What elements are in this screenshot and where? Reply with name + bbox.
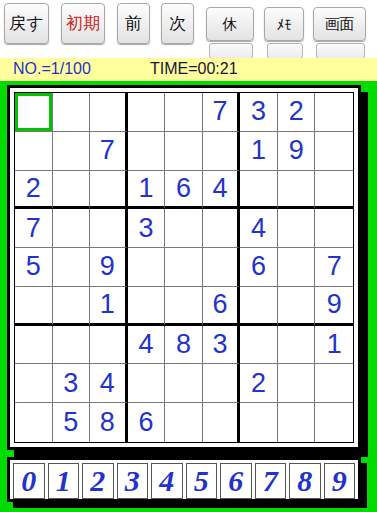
sudoku-cell-r7c8[interactable]: [278, 326, 316, 365]
pad-digit-4[interactable]: 4: [151, 463, 183, 499]
app-screen: 戻す 初期 前 次 休 ﾒﾓ 画面 NO.=1/100 TIME=00:21 7…: [0, 0, 377, 512]
sudoku-cell-r1c9[interactable]: [315, 93, 353, 132]
sudoku-cell-r9c4[interactable]: 6: [128, 403, 166, 442]
sudoku-cell-r7c6[interactable]: 3: [203, 326, 241, 365]
undo-button[interactable]: 戻す: [4, 3, 49, 44]
sudoku-cell-r2c5[interactable]: [165, 132, 203, 171]
sudoku-cell-r7c7[interactable]: [240, 326, 278, 365]
sudoku-cell-r5c1[interactable]: 5: [15, 248, 53, 287]
pause-button[interactable]: 休: [206, 7, 254, 41]
sudoku-cell-r6c7[interactable]: [240, 287, 278, 326]
sudoku-cell-r4c2[interactable]: [53, 209, 91, 248]
sudoku-cell-r9c5[interactable]: [165, 403, 203, 442]
sudoku-cell-r2c8[interactable]: 9: [278, 132, 316, 171]
sudoku-cell-r7c2[interactable]: [53, 326, 91, 365]
sudoku-cell-r4c3[interactable]: [90, 209, 128, 248]
sudoku-cell-r1c7[interactable]: 3: [240, 93, 278, 132]
sudoku-cell-r9c9[interactable]: [315, 403, 353, 442]
sudoku-cell-r5c5[interactable]: [165, 248, 203, 287]
sudoku-cell-r6c3[interactable]: 1: [90, 287, 128, 326]
sudoku-cell-r8c1[interactable]: [15, 364, 53, 403]
sudoku-cell-r2c2[interactable]: [53, 132, 91, 171]
sudoku-cell-r9c6[interactable]: [203, 403, 241, 442]
sudoku-cell-r3c7[interactable]: [240, 171, 278, 210]
sudoku-cell-r8c9[interactable]: [315, 364, 353, 403]
sudoku-cell-r1c2[interactable]: [53, 93, 91, 132]
sudoku-cell-r3c8[interactable]: [278, 171, 316, 210]
sudoku-cell-r1c5[interactable]: [165, 93, 203, 132]
sudoku-cell-r4c6[interactable]: [203, 209, 241, 248]
sudoku-cell-r3c1[interactable]: 2: [15, 171, 53, 210]
sudoku-cell-r5c7[interactable]: 6: [240, 248, 278, 287]
sudoku-cell-r9c3[interactable]: 8: [90, 403, 128, 442]
sudoku-cell-r2c4[interactable]: [128, 132, 166, 171]
memo-sub-button[interactable]: [267, 43, 303, 59]
sudoku-cell-r8c6[interactable]: [203, 364, 241, 403]
sudoku-cell-r6c1[interactable]: [15, 287, 53, 326]
sudoku-cell-r4c9[interactable]: [315, 209, 353, 248]
sudoku-cell-r3c9[interactable]: [315, 171, 353, 210]
pad-digit-0[interactable]: 0: [13, 463, 45, 499]
puzzle-number-label: NO.=1/100: [13, 60, 91, 78]
sudoku-cell-r8c8[interactable]: [278, 364, 316, 403]
sudoku-cell-r3c4[interactable]: 1: [128, 171, 166, 210]
sudoku-cell-r3c5[interactable]: 6: [165, 171, 203, 210]
toolbar: 戻す 初期 前 次 休 ﾒﾓ 画面: [0, 0, 377, 58]
sudoku-cell-r2c3[interactable]: 7: [90, 132, 128, 171]
sudoku-cell-r7c4[interactable]: 4: [128, 326, 166, 365]
status-bar: NO.=1/100 TIME=00:21: [0, 58, 377, 81]
sudoku-cell-r6c6[interactable]: 6: [203, 287, 241, 326]
sudoku-cell-r8c3[interactable]: 4: [90, 364, 128, 403]
sudoku-cell-r1c4[interactable]: [128, 93, 166, 132]
sudoku-cell-r5c3[interactable]: 9: [90, 248, 128, 287]
pad-digit-5[interactable]: 5: [186, 463, 218, 499]
sudoku-cell-r5c8[interactable]: [278, 248, 316, 287]
pad-digit-3[interactable]: 3: [117, 463, 149, 499]
sudoku-cell-r2c7[interactable]: 1: [240, 132, 278, 171]
sudoku-cell-r7c5[interactable]: 8: [165, 326, 203, 365]
sudoku-cell-r2c1[interactable]: [15, 132, 53, 171]
sudoku-cell-r1c8[interactable]: 2: [278, 93, 316, 132]
sudoku-cell-r3c6[interactable]: 4: [203, 171, 241, 210]
sudoku-cell-r6c4[interactable]: [128, 287, 166, 326]
sudoku-cell-r9c2[interactable]: 5: [53, 403, 91, 442]
sudoku-cell-r2c6[interactable]: [203, 132, 241, 171]
pad-digit-1[interactable]: 1: [48, 463, 80, 499]
sudoku-cell-r8c5[interactable]: [165, 364, 203, 403]
sudoku-cell-r5c2[interactable]: [53, 248, 91, 287]
pad-digit-9[interactable]: 9: [324, 463, 356, 499]
pause-sub-button[interactable]: [209, 43, 253, 59]
sudoku-cell-r9c1[interactable]: [15, 403, 53, 442]
sudoku-cell-r9c7[interactable]: [240, 403, 278, 442]
screen-sub-button[interactable]: [316, 43, 365, 59]
sudoku-cell-r2c9[interactable]: [315, 132, 353, 171]
sudoku-cell-r4c7[interactable]: 4: [240, 209, 278, 248]
sudoku-grid: 732719216473459671694831342586: [14, 92, 354, 443]
sudoku-cell-r6c5[interactable]: [165, 287, 203, 326]
sudoku-cell-r5c4[interactable]: [128, 248, 166, 287]
sudoku-cell-r3c2[interactable]: [53, 171, 91, 210]
pad-digit-6[interactable]: 6: [220, 463, 252, 499]
sudoku-cell-r5c6[interactable]: [203, 248, 241, 287]
sudoku-cell-r7c3[interactable]: [90, 326, 128, 365]
sudoku-cell-r8c7[interactable]: 2: [240, 364, 278, 403]
pad-digit-2[interactable]: 2: [82, 463, 114, 499]
next-button[interactable]: 次: [161, 3, 194, 44]
sudoku-cell-r3c3[interactable]: [90, 171, 128, 210]
sudoku-board: 732719216473459671694831342586: [7, 85, 361, 450]
sudoku-cell-r6c9[interactable]: 9: [315, 287, 353, 326]
sudoku-cell-r4c4[interactable]: 3: [128, 209, 166, 248]
number-pad: 0123456789: [7, 457, 361, 502]
reset-button[interactable]: 初期: [61, 3, 105, 44]
sudoku-cell-r6c8[interactable]: [278, 287, 316, 326]
sudoku-cell-r4c1[interactable]: 7: [15, 209, 53, 248]
sudoku-cell-r4c5[interactable]: [165, 209, 203, 248]
prev-button[interactable]: 前: [117, 3, 150, 44]
sudoku-cell-r1c1[interactable]: [15, 93, 53, 132]
pad-digit-8[interactable]: 8: [289, 463, 321, 499]
screen-button[interactable]: 画面: [313, 7, 366, 41]
sudoku-cell-r8c4[interactable]: [128, 364, 166, 403]
sudoku-cell-r5c9[interactable]: 7: [315, 248, 353, 287]
sudoku-cell-r4c8[interactable]: [278, 209, 316, 248]
sudoku-cell-r9c8[interactable]: [278, 403, 316, 442]
sudoku-cell-r1c6[interactable]: 7: [203, 93, 241, 132]
sudoku-cell-r7c1[interactable]: [15, 326, 53, 365]
sudoku-cell-r8c2[interactable]: 3: [53, 364, 91, 403]
memo-button[interactable]: ﾒﾓ: [264, 7, 304, 41]
timer-label: TIME=00:21: [150, 60, 238, 78]
sudoku-cell-r7c9[interactable]: 1: [315, 326, 353, 365]
sudoku-cell-r6c2[interactable]: [53, 287, 91, 326]
pad-digit-7[interactable]: 7: [255, 463, 287, 499]
sudoku-cell-r1c3[interactable]: [90, 93, 128, 132]
